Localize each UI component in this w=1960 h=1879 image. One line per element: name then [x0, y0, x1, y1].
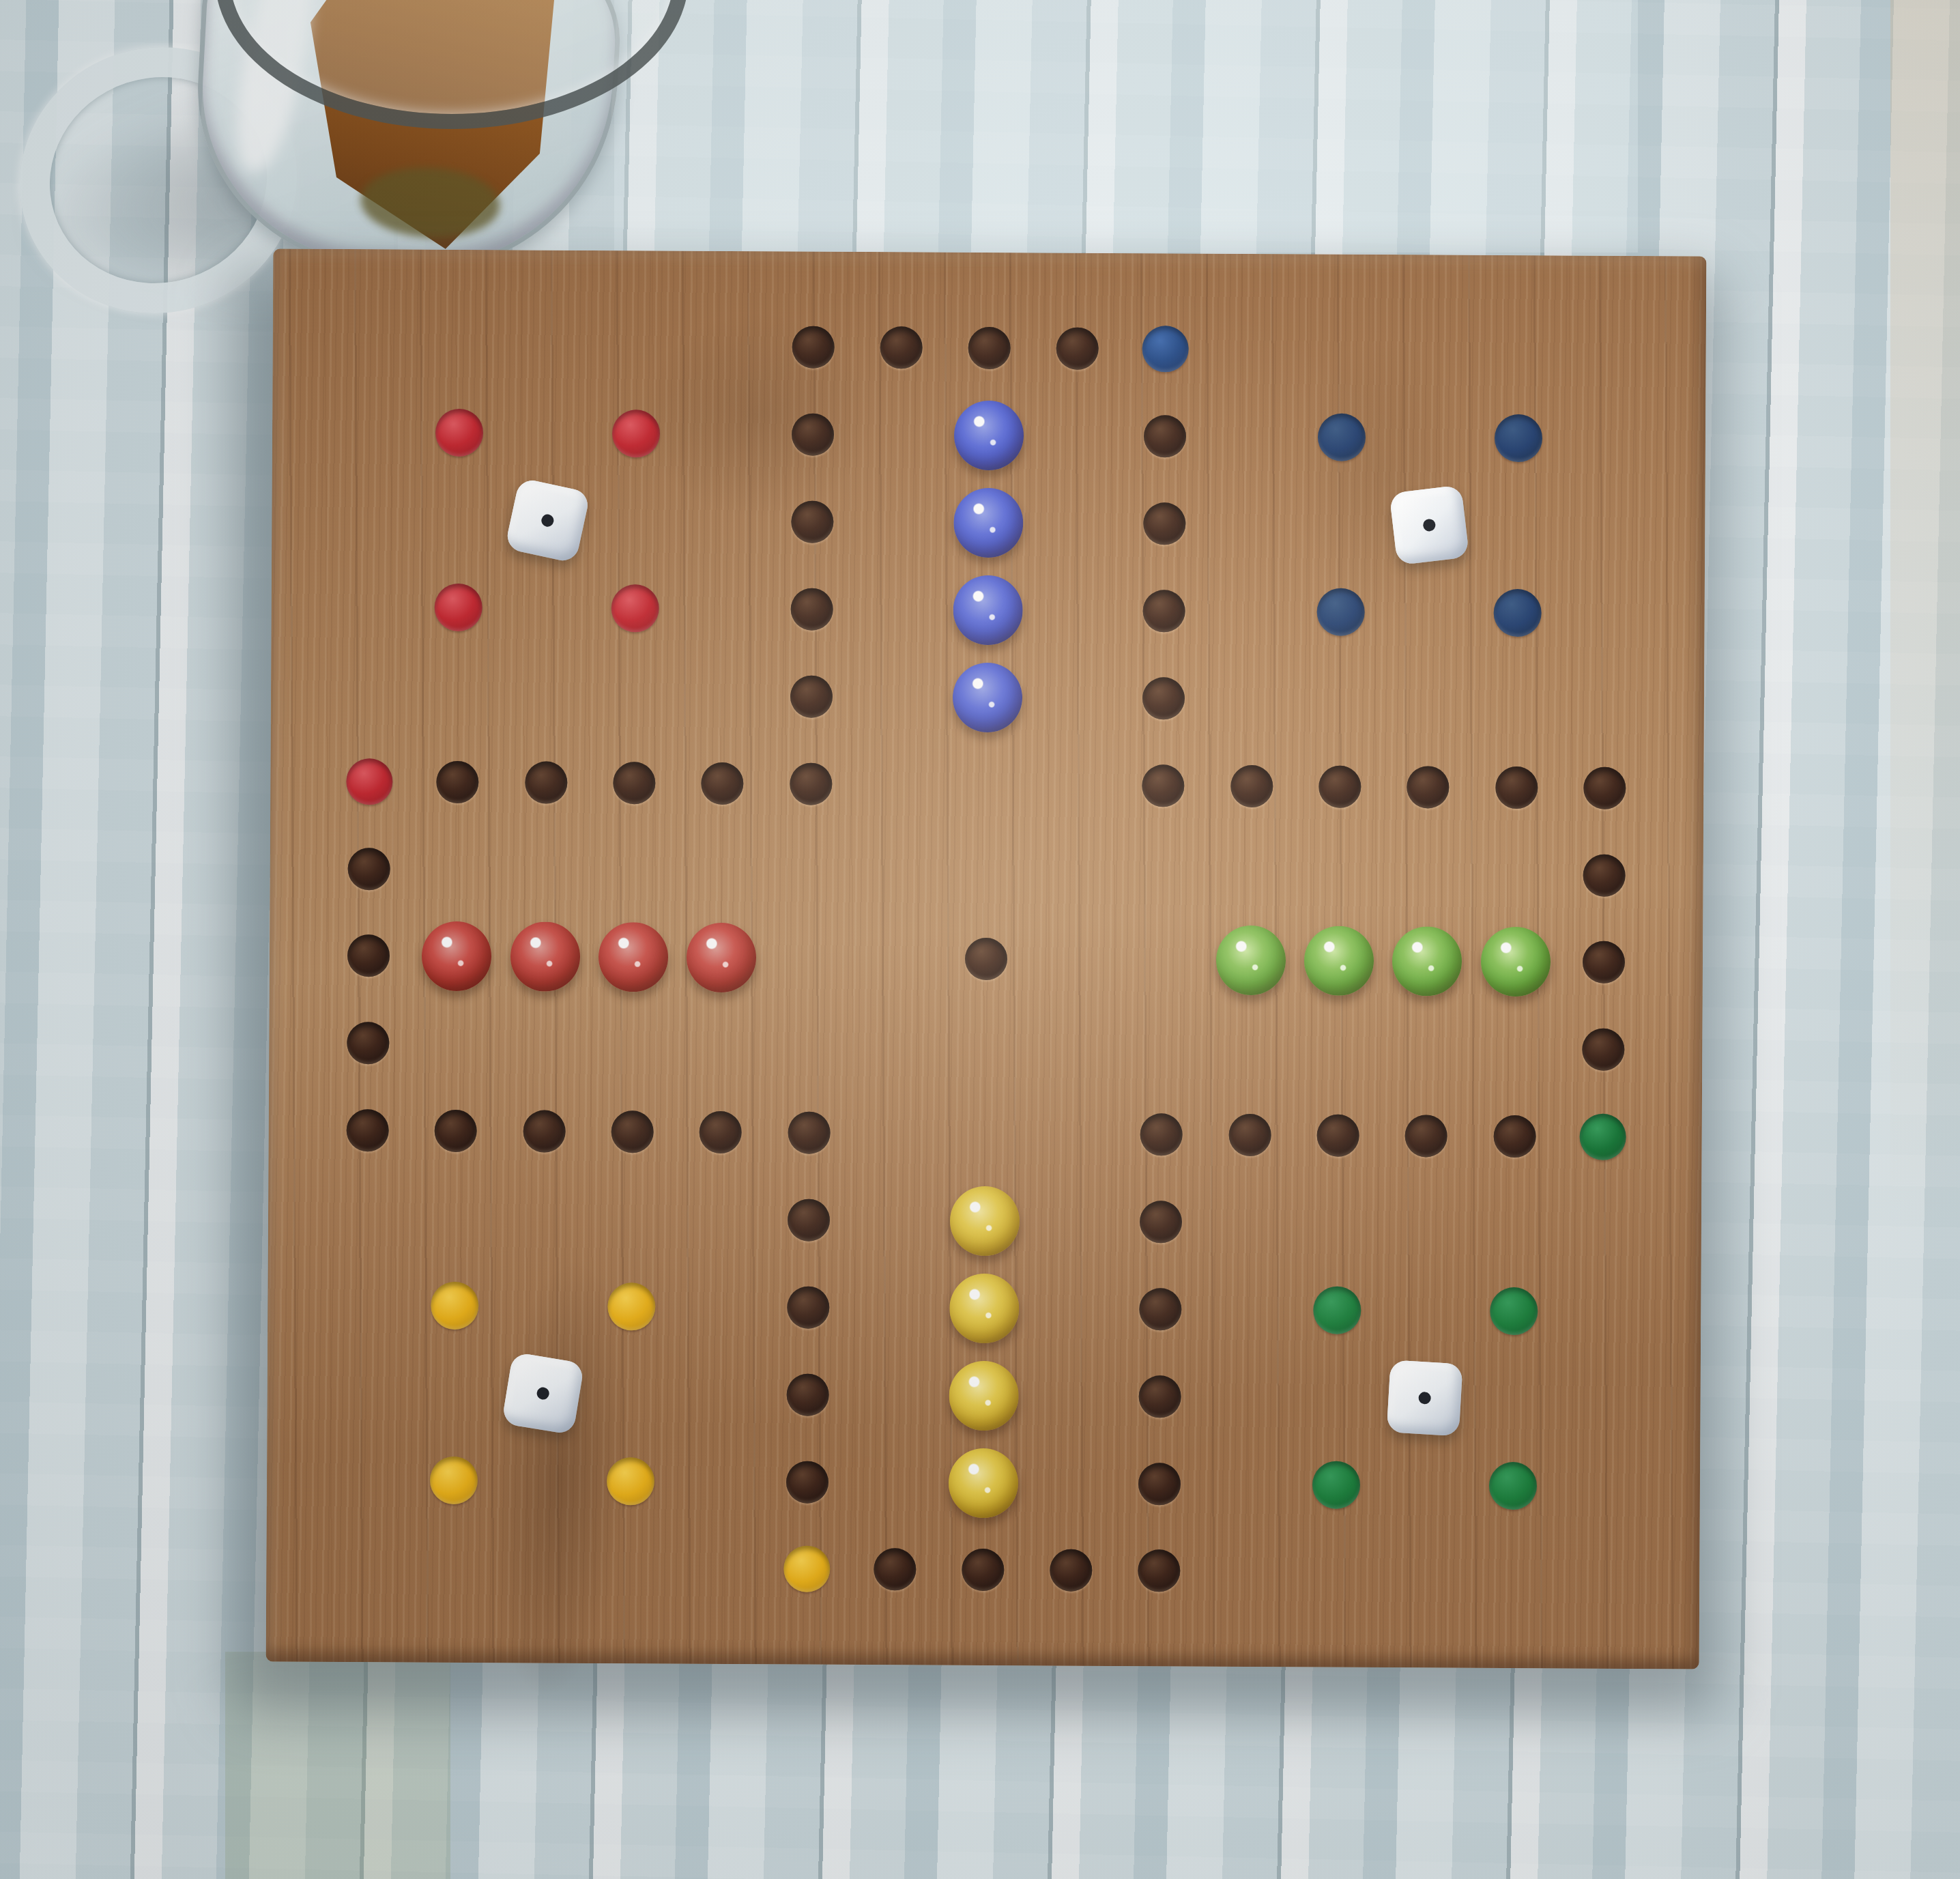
track-hole-ch2-r0[interactable] [1056, 328, 1099, 370]
start-hole-blue-c9-r1[interactable] [1318, 414, 1366, 461]
die-pip [536, 1386, 550, 1401]
track-hole-c6-r12[interactable] [962, 1549, 1004, 1591]
start-hole-red-c1-r1[interactable] [435, 409, 483, 457]
die-pip [541, 513, 555, 528]
track-hole-c7-r8[interactable] [1140, 1201, 1182, 1243]
track-hole-c3-r7[interactable] [611, 1110, 654, 1153]
track-hole-c8-r7[interactable] [1228, 1114, 1271, 1156]
center-hole-c6-r6[interactable] [965, 938, 1007, 980]
start-hole-yellow-c3-r11[interactable] [607, 1457, 654, 1505]
track-hole-c0-rh1[interactable] [348, 848, 390, 890]
die-pip [1422, 518, 1436, 532]
track-hole-ch1-r12[interactable] [874, 1548, 916, 1590]
track-hole-c7-r10[interactable] [1138, 1375, 1181, 1418]
track-hole-c12-rh1[interactable] [1583, 855, 1625, 897]
track-hole-c2-r7[interactable] [523, 1110, 566, 1152]
track-hole-c7-r7[interactable] [1140, 1113, 1182, 1156]
marble-yellow-3[interactable] [949, 1361, 1019, 1431]
track-hole-c8-r5[interactable] [1230, 765, 1273, 807]
marble-yellow-1[interactable] [950, 1186, 1020, 1257]
track-hole-c5-r5[interactable] [790, 762, 832, 805]
track-entry-hole-green-c12-r7[interactable] [1579, 1114, 1626, 1160]
track-hole-c5-r9[interactable] [787, 1286, 829, 1328]
start-hole-green-c11-r11[interactable] [1489, 1462, 1537, 1510]
track-hole-c9-r7[interactable] [1316, 1115, 1359, 1157]
start-hole-yellow-c1-r9[interactable] [431, 1282, 478, 1330]
track-hole-c5-r7[interactable] [788, 1111, 831, 1153]
track-hole-c4-r5[interactable] [701, 762, 743, 805]
track-hole-c12-r6[interactable] [1583, 941, 1625, 984]
track-hole-c6-r0[interactable] [968, 327, 1011, 369]
track-hole-c5-r0[interactable] [792, 326, 835, 368]
marble-yellow-2[interactable] [949, 1274, 1020, 1344]
track-hole-c10-r5[interactable] [1407, 766, 1449, 808]
track-hole-c5-r10[interactable] [786, 1373, 828, 1416]
wood-grain-knot [640, 312, 874, 518]
start-hole-blue-c11-r1[interactable] [1495, 414, 1542, 462]
marble-green-1[interactable] [1216, 926, 1286, 996]
marble-blue-2[interactable] [953, 488, 1024, 558]
track-entry-hole-blue-c7-r0[interactable] [1142, 326, 1189, 372]
track-hole-c10-r7[interactable] [1404, 1115, 1447, 1157]
die-yellow-corner[interactable] [502, 1352, 585, 1435]
track-hole-c7-r12[interactable] [1138, 1549, 1180, 1592]
marble-green-4[interactable] [1481, 927, 1551, 997]
track-hole-ch1-r0[interactable] [880, 326, 923, 369]
die-blue-corner[interactable] [1389, 485, 1470, 566]
track-hole-c11-r7[interactable] [1493, 1115, 1536, 1158]
track-hole-c5-r8[interactable] [788, 1199, 830, 1241]
track-hole-c7-r4[interactable] [1142, 677, 1185, 719]
track-hole-c7-r2[interactable] [1143, 502, 1185, 545]
track-hole-c7-r5[interactable] [1142, 764, 1184, 807]
track-hole-c7-r9[interactable] [1139, 1288, 1181, 1330]
start-hole-red-c3-r1[interactable] [612, 410, 660, 457]
track-hole-c3-r5[interactable] [613, 762, 655, 804]
marble-yellow-4[interactable] [949, 1448, 1019, 1519]
wood-grain-knot [1295, 336, 1474, 623]
track-hole-c11-r5[interactable] [1495, 766, 1538, 809]
track-entry-hole-yellow-c5-r12[interactable] [783, 1545, 830, 1592]
start-hole-green-c9-r11[interactable] [1312, 1461, 1360, 1509]
track-hole-c7-r3[interactable] [1143, 590, 1185, 632]
track-hole-c5-r3[interactable] [791, 588, 833, 630]
start-hole-green-c9-r9[interactable] [1313, 1287, 1361, 1334]
die-pip [1418, 1392, 1431, 1405]
start-hole-yellow-c1-r11[interactable] [430, 1457, 478, 1504]
track-hole-c0-rh2[interactable] [347, 1022, 389, 1064]
marble-green-3[interactable] [1392, 926, 1462, 996]
start-hole-blue-c11-r3[interactable] [1493, 589, 1541, 637]
marble-red-3[interactable] [599, 922, 669, 992]
track-hole-c7-r11[interactable] [1138, 1463, 1181, 1505]
track-entry-hole-red-c0-r5[interactable] [346, 758, 392, 805]
track-hole-c0-r6[interactable] [347, 934, 390, 977]
track-hole-c5-r1[interactable] [792, 413, 834, 455]
track-hole-c12-r5[interactable] [1583, 767, 1626, 809]
marble-blue-4[interactable] [953, 663, 1023, 733]
track-hole-c9-r5[interactable] [1318, 766, 1361, 808]
start-hole-green-c11-r9[interactable] [1490, 1287, 1538, 1335]
track-hole-c4-r7[interactable] [700, 1111, 742, 1153]
overhead-photo [0, 0, 1960, 1879]
marble-red-2[interactable] [510, 921, 581, 992]
track-hole-c0-r7[interactable] [347, 1109, 389, 1151]
track-hole-c5-r4[interactable] [790, 675, 833, 717]
die-green-corner[interactable] [1387, 1360, 1463, 1436]
start-hole-blue-c9-r3[interactable] [1316, 588, 1364, 636]
track-hole-c1-r7[interactable] [435, 1110, 477, 1152]
track-hole-c5-r2[interactable] [791, 500, 833, 543]
marble-blue-1[interactable] [954, 401, 1024, 471]
start-hole-red-c1-r3[interactable] [435, 584, 482, 631]
marble-red-4[interactable] [687, 923, 757, 993]
track-hole-c1-r5[interactable] [436, 761, 478, 803]
marble-red-1[interactable] [422, 921, 492, 992]
start-hole-red-c3-r3[interactable] [611, 584, 659, 632]
marble-blue-3[interactable] [953, 575, 1023, 646]
track-hole-c12-rh2[interactable] [1582, 1029, 1624, 1071]
game-board [266, 249, 1707, 1669]
die-red-corner[interactable] [504, 478, 590, 564]
track-hole-c5-r11[interactable] [786, 1461, 828, 1503]
start-hole-yellow-c3-r9[interactable] [607, 1282, 655, 1330]
track-hole-c7-r1[interactable] [1144, 415, 1186, 457]
track-hole-ch2-r12[interactable] [1050, 1549, 1092, 1592]
track-hole-c2-r5[interactable] [525, 761, 567, 803]
marble-green-2[interactable] [1304, 926, 1374, 996]
